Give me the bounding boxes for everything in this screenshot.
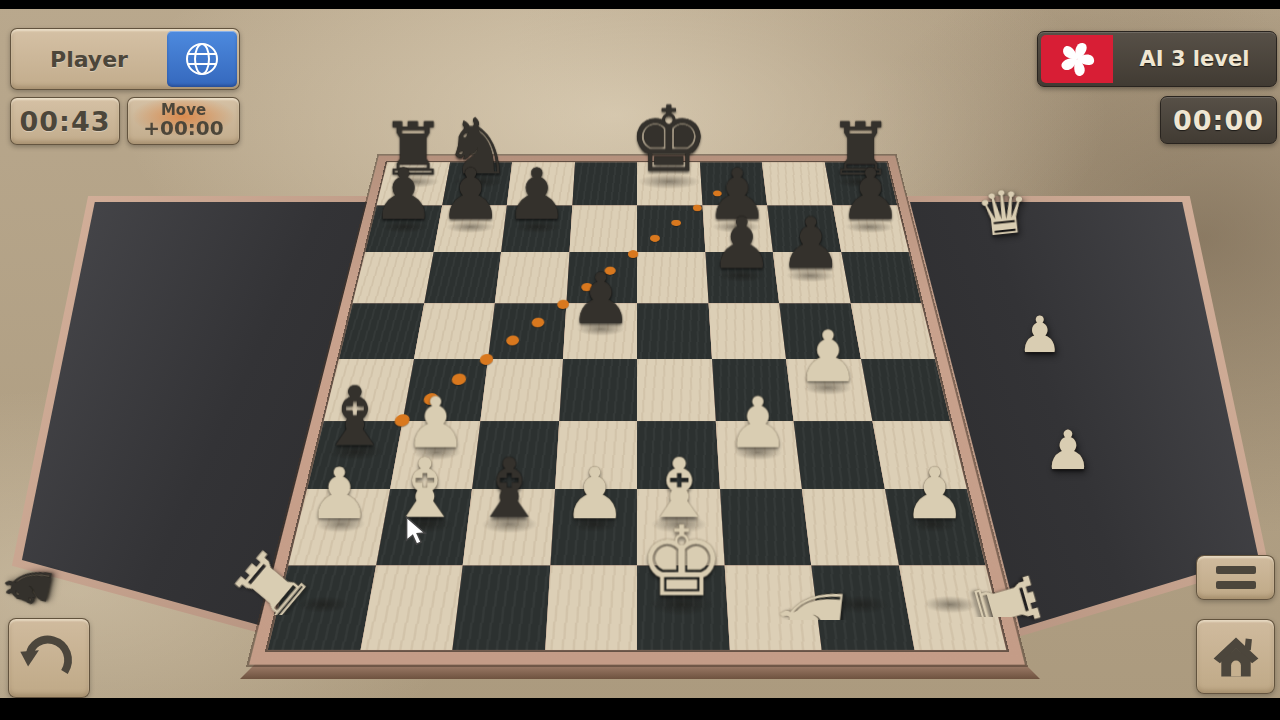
move-trail-dot: [479, 354, 494, 365]
square-f2[interactable]: [719, 489, 811, 565]
captured-white-pawn: ♟: [1044, 424, 1092, 624]
square-d7[interactable]: [569, 205, 637, 252]
square-g3[interactable]: [794, 421, 885, 489]
square-e7[interactable]: [637, 205, 705, 252]
white-player-panel: Player: [10, 28, 240, 90]
square-d1[interactable]: [545, 565, 637, 650]
home-icon: [1208, 629, 1264, 685]
move-trail-dot: [557, 300, 570, 309]
square-c1[interactable]: [452, 565, 550, 650]
home-button[interactable]: [1196, 619, 1275, 694]
white-player-name: Player: [11, 47, 167, 72]
ai-player-panel: AI 3 level: [1037, 31, 1277, 87]
square-a5[interactable]: [339, 303, 424, 359]
square-b5[interactable]: [414, 303, 495, 359]
hong-kong-flag-icon: [1041, 35, 1113, 83]
piece-white-king-e1[interactable]: ♚: [639, 514, 726, 611]
piece-white-pawn-a2[interactable]: ♟: [308, 459, 371, 530]
piece-black-king-e8[interactable]: ♚: [628, 95, 709, 186]
piece-black-pawn-b7[interactable]: ♟: [439, 160, 502, 231]
square-h5[interactable]: [850, 303, 935, 359]
black-clock-time: 00:00: [1173, 105, 1264, 136]
piece-white-pawn-g4[interactable]: ♟: [797, 322, 861, 393]
mouse-cursor: [404, 516, 430, 546]
square-e4[interactable]: [637, 359, 715, 421]
square-b1[interactable]: [360, 565, 463, 650]
square-c5[interactable]: [488, 303, 566, 359]
square-e6[interactable]: [637, 252, 708, 303]
piece-black-pawn-f6[interactable]: ♟: [710, 209, 774, 280]
piece-white-pawn-h2[interactable]: ♟: [903, 459, 966, 530]
square-e5[interactable]: [637, 303, 712, 359]
square-d4[interactable]: [559, 359, 637, 421]
piece-black-bishop-c2[interactable]: ♝: [473, 448, 547, 530]
square-a6[interactable]: [353, 252, 433, 303]
piece-black-pawn-h7[interactable]: ♟: [839, 160, 902, 231]
letterbox-top: [0, 0, 1280, 9]
move-increment: +00:00: [143, 118, 223, 139]
square-g8[interactable]: [762, 162, 832, 205]
undo-icon: [18, 627, 80, 689]
menu-bar: [1216, 581, 1256, 589]
board-scene: ♜♞♚♜♟♟♟♟♟♟♟♟♟♝♟♟♟♝♝♟♝♟♜♚♞♜: [327, 49, 947, 669]
square-h4[interactable]: [861, 359, 951, 421]
move-increment-panel: Move +00:00: [127, 97, 240, 145]
game-screen: ♛♞♞♛♟♟ ♜♞♚♜♟♟♟♟♟♟♟♟♟♝♟♟♟♝♝♟♝♟♜♚♞♜ Player…: [0, 0, 1280, 720]
move-trail-dot: [693, 205, 703, 211]
square-c4[interactable]: [480, 359, 562, 421]
undo-button[interactable]: [8, 618, 90, 698]
white-clock-time: 00:43: [20, 106, 111, 137]
letterbox-bottom: [0, 698, 1280, 720]
ai-player-name: AI 3 level: [1113, 47, 1276, 71]
white-clock: 00:43: [10, 97, 120, 145]
piece-white-pawn-f3[interactable]: ♟: [726, 387, 789, 457]
piece-black-pawn-c7[interactable]: ♟: [505, 160, 568, 231]
piece-black-pawn-a7[interactable]: ♟: [372, 160, 435, 231]
globe-icon[interactable]: [167, 31, 237, 87]
menu-button[interactable]: [1196, 555, 1275, 600]
square-h6[interactable]: [841, 252, 921, 303]
chess-board[interactable]: ♜♞♚♜♟♟♟♟♟♟♟♟♟♝♟♟♟♝♝♟♝♟♜♚♞♜: [249, 156, 1025, 665]
square-c6[interactable]: [495, 252, 569, 303]
piece-black-pawn-g6[interactable]: ♟: [779, 209, 843, 280]
square-f5[interactable]: [708, 303, 786, 359]
black-clock: 00:00: [1160, 96, 1277, 144]
menu-bar: [1216, 566, 1256, 574]
piece-white-pawn-d2[interactable]: ♟: [563, 459, 626, 530]
piece-black-pawn-d5[interactable]: ♟: [569, 263, 632, 333]
square-b6[interactable]: [424, 252, 501, 303]
square-g2[interactable]: [802, 489, 898, 565]
piece-black-bishop-a3[interactable]: ♝: [318, 375, 392, 457]
move-trail-dot: [672, 220, 682, 227]
